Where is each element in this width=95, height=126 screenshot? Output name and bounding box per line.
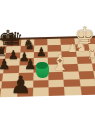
square-c1 (16, 88, 32, 97)
square-b1 (0, 88, 17, 97)
square-f1 (64, 87, 81, 96)
chess-board (0, 38, 95, 98)
square-h4 (92, 63, 95, 71)
square-h5 (90, 56, 95, 63)
square-g1 (80, 86, 95, 95)
square-e1 (49, 87, 65, 96)
chess-set-product-photo[interactable]: ♚♛♞♜♟♟♟♟♟♟♟♞♚♜♝ (0, 0, 95, 126)
square-d1 (33, 88, 49, 97)
square-h3 (93, 70, 95, 78)
board-perspective-wrapper (0, 38, 95, 95)
